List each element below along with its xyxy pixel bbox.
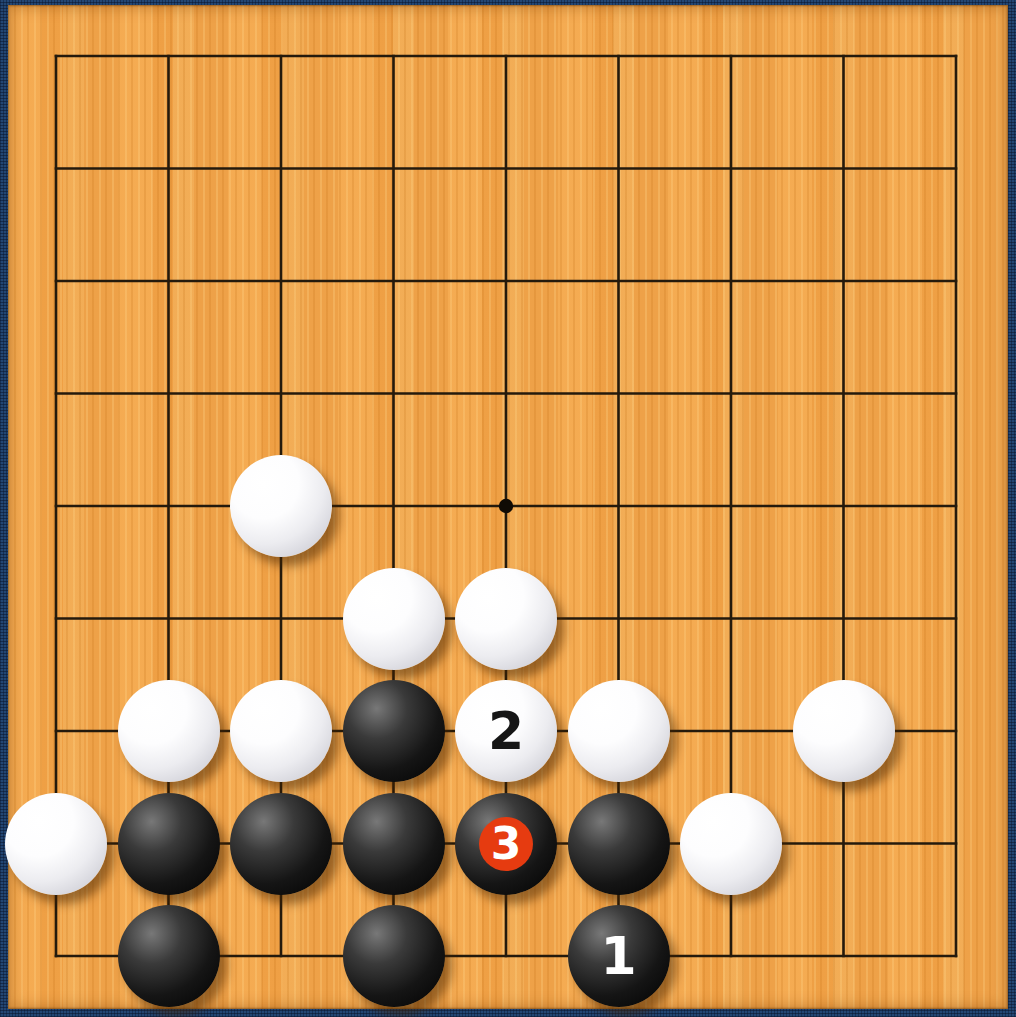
intersection-G2[interactable] xyxy=(675,787,788,900)
black-stone xyxy=(118,793,220,895)
intersection-F7[interactable] xyxy=(562,225,675,338)
intersection-F2[interactable] xyxy=(562,787,675,900)
black-stone xyxy=(230,793,332,895)
intersection-G9[interactable] xyxy=(675,0,788,112)
intersection-H6[interactable] xyxy=(787,337,900,450)
intersection-J1[interactable] xyxy=(900,900,1013,1013)
intersection-E1[interactable] xyxy=(450,900,563,1013)
intersection-J9[interactable] xyxy=(900,0,1013,112)
intersection-G4[interactable] xyxy=(675,562,788,675)
intersection-A7[interactable] xyxy=(0,225,112,338)
go-board-screenshot: 231 xyxy=(0,0,1016,1017)
intersection-D3[interactable] xyxy=(337,675,450,788)
intersection-J3[interactable] xyxy=(900,675,1013,788)
intersection-A2[interactable] xyxy=(0,787,112,900)
intersection-C3[interactable] xyxy=(225,675,338,788)
intersection-B4[interactable] xyxy=(112,562,225,675)
intersection-F4[interactable] xyxy=(562,562,675,675)
intersection-C6[interactable] xyxy=(225,337,338,450)
intersection-H8[interactable] xyxy=(787,112,900,225)
last-move-red-circle-marker: 3 xyxy=(479,817,533,871)
intersection-E4[interactable] xyxy=(450,562,563,675)
intersection-F3[interactable] xyxy=(562,675,675,788)
intersection-E2[interactable]: 3 xyxy=(450,787,563,900)
white-stone xyxy=(343,568,445,670)
intersection-F8[interactable] xyxy=(562,112,675,225)
intersection-H5[interactable] xyxy=(787,450,900,563)
intersection-C1[interactable] xyxy=(225,900,338,1013)
intersection-G6[interactable] xyxy=(675,337,788,450)
white-stone xyxy=(455,568,557,670)
intersection-D6[interactable] xyxy=(337,337,450,450)
intersection-H2[interactable] xyxy=(787,787,900,900)
intersection-H1[interactable] xyxy=(787,900,900,1013)
intersection-D2[interactable] xyxy=(337,787,450,900)
intersection-J6[interactable] xyxy=(900,337,1013,450)
intersection-E3[interactable]: 2 xyxy=(450,675,563,788)
intersection-G7[interactable] xyxy=(675,225,788,338)
intersection-D8[interactable] xyxy=(337,112,450,225)
intersection-J7[interactable] xyxy=(900,225,1013,338)
intersection-D9[interactable] xyxy=(337,0,450,112)
intersection-D5[interactable] xyxy=(337,450,450,563)
white-stone xyxy=(680,793,782,895)
intersection-D4[interactable] xyxy=(337,562,450,675)
intersection-C8[interactable] xyxy=(225,112,338,225)
black-stone: 1 xyxy=(568,905,670,1007)
white-stone xyxy=(230,455,332,557)
intersection-D1[interactable] xyxy=(337,900,450,1013)
white-stone: 2 xyxy=(455,680,557,782)
intersection-G3[interactable] xyxy=(675,675,788,788)
black-stone: 3 xyxy=(455,793,557,895)
intersection-B6[interactable] xyxy=(112,337,225,450)
intersection-C9[interactable] xyxy=(225,0,338,112)
intersection-B2[interactable] xyxy=(112,787,225,900)
intersection-H4[interactable] xyxy=(787,562,900,675)
black-stone xyxy=(343,680,445,782)
intersection-G8[interactable] xyxy=(675,112,788,225)
white-stone xyxy=(568,680,670,782)
black-stone xyxy=(343,905,445,1007)
intersection-H3[interactable] xyxy=(787,675,900,788)
intersection-F6[interactable] xyxy=(562,337,675,450)
intersection-B8[interactable] xyxy=(112,112,225,225)
intersection-A3[interactable] xyxy=(0,675,112,788)
white-stone xyxy=(118,680,220,782)
intersection-H7[interactable] xyxy=(787,225,900,338)
intersection-H9[interactable] xyxy=(787,0,900,112)
black-stone xyxy=(118,905,220,1007)
intersection-G1[interactable] xyxy=(675,900,788,1013)
intersection-C2[interactable] xyxy=(225,787,338,900)
intersection-E7[interactable] xyxy=(450,225,563,338)
intersection-A4[interactable] xyxy=(0,562,112,675)
intersection-C5[interactable] xyxy=(225,450,338,563)
intersection-B9[interactable] xyxy=(112,0,225,112)
board-grid: 231 xyxy=(0,0,1012,1012)
intersection-E9[interactable] xyxy=(450,0,563,112)
white-stone xyxy=(793,680,895,782)
intersection-E6[interactable] xyxy=(450,337,563,450)
intersection-B3[interactable] xyxy=(112,675,225,788)
intersection-C4[interactable] xyxy=(225,562,338,675)
intersection-A1[interactable] xyxy=(0,900,112,1013)
intersection-D7[interactable] xyxy=(337,225,450,338)
intersection-A6[interactable] xyxy=(0,337,112,450)
intersection-F9[interactable] xyxy=(562,0,675,112)
intersection-J2[interactable] xyxy=(900,787,1013,900)
intersection-A8[interactable] xyxy=(0,112,112,225)
intersection-C7[interactable] xyxy=(225,225,338,338)
intersection-F1[interactable]: 1 xyxy=(562,900,675,1013)
intersection-G5[interactable] xyxy=(675,450,788,563)
move-number-label-2: 2 xyxy=(488,705,524,757)
intersection-F5[interactable] xyxy=(562,450,675,563)
intersection-A5[interactable] xyxy=(0,450,112,563)
intersection-E8[interactable] xyxy=(450,112,563,225)
intersection-J8[interactable] xyxy=(900,112,1013,225)
black-stone xyxy=(568,793,670,895)
white-stone xyxy=(5,793,107,895)
black-stone xyxy=(343,793,445,895)
intersection-E5[interactable] xyxy=(450,450,563,563)
intersection-J5[interactable] xyxy=(900,450,1013,563)
intersection-J4[interactable] xyxy=(900,562,1013,675)
move-number-label-3: 3 xyxy=(491,822,522,866)
intersection-A9[interactable] xyxy=(0,0,112,112)
move-number-label-1: 1 xyxy=(600,930,636,982)
intersection-B5[interactable] xyxy=(112,450,225,563)
white-stone xyxy=(230,680,332,782)
intersection-B7[interactable] xyxy=(112,225,225,338)
intersection-B1[interactable] xyxy=(112,900,225,1013)
